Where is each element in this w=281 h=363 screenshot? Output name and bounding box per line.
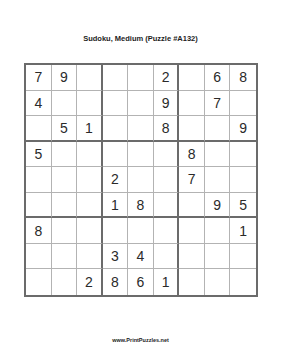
- cell-r4c5: [128, 142, 154, 168]
- cell-r7c5: [128, 218, 154, 244]
- sudoku-grid: 7926849751895827189581342861: [24, 63, 258, 297]
- cell-r5c7: 7: [179, 167, 205, 193]
- cell-r1c7: [179, 65, 205, 91]
- cell-r9c1: [26, 269, 52, 295]
- cell-r3c8: [205, 116, 231, 142]
- cell-r7c2: [52, 218, 78, 244]
- cell-r6c9: 5: [230, 193, 256, 219]
- cell-r4c4: [103, 142, 129, 168]
- cell-r2c9: [230, 91, 256, 117]
- cell-r4c3: [77, 142, 103, 168]
- cell-r3c2: 5: [52, 116, 78, 142]
- cell-r9c4: 8: [103, 269, 129, 295]
- cell-r8c4: 3: [103, 244, 129, 270]
- cell-r1c3: [77, 65, 103, 91]
- cell-r8c5: 4: [128, 244, 154, 270]
- cell-r1c9: 8: [230, 65, 256, 91]
- cell-r9c5: 6: [128, 269, 154, 295]
- cell-r6c5: 8: [128, 193, 154, 219]
- cell-r1c6: 2: [154, 65, 180, 91]
- cell-r8c1: [26, 244, 52, 270]
- cell-r7c9: 1: [230, 218, 256, 244]
- cell-r4c7: 8: [179, 142, 205, 168]
- cell-r4c9: [230, 142, 256, 168]
- cell-r1c1: 7: [26, 65, 52, 91]
- cell-r6c8: 9: [205, 193, 231, 219]
- cell-r3c1: [26, 116, 52, 142]
- cell-r5c1: [26, 167, 52, 193]
- cell-r6c3: [77, 193, 103, 219]
- cell-r3c9: 9: [230, 116, 256, 142]
- cell-r4c1: 5: [26, 142, 52, 168]
- cell-r9c2: [52, 269, 78, 295]
- cell-r4c6: [154, 142, 180, 168]
- cell-r1c5: [128, 65, 154, 91]
- cell-r3c4: [103, 116, 129, 142]
- cell-r9c9: [230, 269, 256, 295]
- cell-r3c7: [179, 116, 205, 142]
- cell-r8c6: [154, 244, 180, 270]
- cell-r9c7: [179, 269, 205, 295]
- cell-r5c2: [52, 167, 78, 193]
- cell-r2c8: 7: [205, 91, 231, 117]
- cell-r1c4: [103, 65, 129, 91]
- cell-r6c2: [52, 193, 78, 219]
- cell-r7c7: [179, 218, 205, 244]
- cell-r5c9: [230, 167, 256, 193]
- cell-r1c2: 9: [52, 65, 78, 91]
- cell-r6c1: [26, 193, 52, 219]
- cell-r5c8: [205, 167, 231, 193]
- cell-r2c6: 9: [154, 91, 180, 117]
- page-title: Sudoku, Medium (Puzzle #A132): [0, 34, 281, 43]
- cell-r1c8: 6: [205, 65, 231, 91]
- cell-r4c8: [205, 142, 231, 168]
- cell-r2c7: [179, 91, 205, 117]
- cell-r8c9: [230, 244, 256, 270]
- cell-r2c4: [103, 91, 129, 117]
- cell-r9c8: [205, 269, 231, 295]
- cell-r8c2: [52, 244, 78, 270]
- cell-r8c3: [77, 244, 103, 270]
- cell-r5c4: 2: [103, 167, 129, 193]
- cell-r5c3: [77, 167, 103, 193]
- cell-r2c1: 4: [26, 91, 52, 117]
- cell-r7c4: [103, 218, 129, 244]
- footer-url: www.PrintPuzzles.net: [0, 337, 281, 343]
- cell-r7c1: 8: [26, 218, 52, 244]
- cell-r7c6: [154, 218, 180, 244]
- puzzle-page: Sudoku, Medium (Puzzle #A132) 7926849751…: [0, 0, 281, 363]
- cell-r5c5: [128, 167, 154, 193]
- cell-r7c3: [77, 218, 103, 244]
- cell-r7c8: [205, 218, 231, 244]
- cell-r5c6: [154, 167, 180, 193]
- cell-r9c6: 1: [154, 269, 180, 295]
- cell-r4c2: [52, 142, 78, 168]
- cell-r2c3: [77, 91, 103, 117]
- cell-r6c7: [179, 193, 205, 219]
- cell-r9c3: 2: [77, 269, 103, 295]
- cell-r2c5: [128, 91, 154, 117]
- cell-r6c6: [154, 193, 180, 219]
- cell-r2c2: [52, 91, 78, 117]
- cell-r3c6: 8: [154, 116, 180, 142]
- cell-r6c4: 1: [103, 193, 129, 219]
- cell-r3c3: 1: [77, 116, 103, 142]
- cell-r8c8: [205, 244, 231, 270]
- cell-r3c5: [128, 116, 154, 142]
- cell-r8c7: [179, 244, 205, 270]
